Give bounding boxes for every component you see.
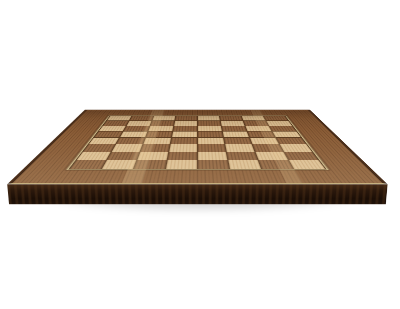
square-a5[interactable] (94, 131, 122, 137)
square-e1[interactable] (198, 160, 229, 169)
square-b6[interactable] (123, 125, 149, 130)
square-g2[interactable] (255, 151, 287, 159)
square-a8[interactable] (106, 115, 131, 120)
square-c7[interactable] (150, 120, 174, 125)
board-front-edge (7, 184, 388, 204)
square-h4[interactable] (276, 137, 306, 144)
square-b2[interactable] (107, 151, 139, 159)
square-e6[interactable] (197, 125, 221, 130)
square-h8[interactable] (263, 115, 288, 120)
square-e5[interactable] (197, 131, 222, 137)
square-b5[interactable] (120, 131, 147, 137)
square-d1[interactable] (166, 160, 197, 169)
square-c1[interactable] (133, 160, 166, 169)
square-c2[interactable] (137, 151, 168, 159)
square-e3[interactable] (198, 144, 226, 151)
square-h7[interactable] (266, 120, 292, 125)
chessboard (7, 109, 388, 183)
square-a3[interactable] (83, 144, 115, 151)
square-c5[interactable] (146, 131, 172, 137)
square-h2[interactable] (284, 151, 318, 159)
square-a1[interactable] (69, 160, 105, 169)
square-f6[interactable] (221, 125, 246, 130)
square-g6[interactable] (245, 125, 271, 130)
board-top-face (7, 109, 388, 183)
square-c6[interactable] (148, 125, 173, 130)
square-d3[interactable] (169, 144, 197, 151)
square-e7[interactable] (197, 120, 220, 125)
square-a7[interactable] (103, 120, 129, 125)
square-g1[interactable] (258, 160, 292, 169)
square-e4[interactable] (198, 137, 224, 144)
square-f7[interactable] (220, 120, 244, 125)
square-f5[interactable] (222, 131, 248, 137)
square-c8[interactable] (152, 115, 175, 120)
square-d4[interactable] (170, 137, 196, 144)
square-a4[interactable] (88, 137, 118, 144)
square-g3[interactable] (252, 144, 282, 151)
square-b1[interactable] (101, 160, 135, 169)
square-b7[interactable] (126, 120, 151, 125)
square-h1[interactable] (289, 160, 325, 169)
scene (0, 0, 400, 309)
square-f2[interactable] (226, 151, 257, 159)
square-e8[interactable] (197, 115, 219, 120)
square-c4[interactable] (143, 137, 170, 144)
square-h6[interactable] (269, 125, 296, 130)
square-f1[interactable] (228, 160, 261, 169)
square-b8[interactable] (129, 115, 153, 120)
square-h3[interactable] (279, 144, 311, 151)
square-d5[interactable] (172, 131, 197, 137)
square-f8[interactable] (219, 115, 242, 120)
square-b4[interactable] (116, 137, 145, 144)
square-e2[interactable] (198, 151, 227, 159)
square-b3[interactable] (111, 144, 141, 151)
square-h5[interactable] (272, 131, 300, 137)
square-d8[interactable] (175, 115, 197, 120)
square-g7[interactable] (243, 120, 268, 125)
square-g5[interactable] (247, 131, 274, 137)
square-d2[interactable] (167, 151, 196, 159)
square-g4[interactable] (250, 137, 279, 144)
square-a6[interactable] (98, 125, 125, 130)
square-f4[interactable] (224, 137, 251, 144)
square-a2[interactable] (76, 151, 110, 159)
board-squares (69, 115, 324, 168)
square-d7[interactable] (174, 120, 197, 125)
square-d6[interactable] (173, 125, 197, 130)
square-g8[interactable] (241, 115, 265, 120)
square-f3[interactable] (225, 144, 254, 151)
square-c3[interactable] (140, 144, 169, 151)
